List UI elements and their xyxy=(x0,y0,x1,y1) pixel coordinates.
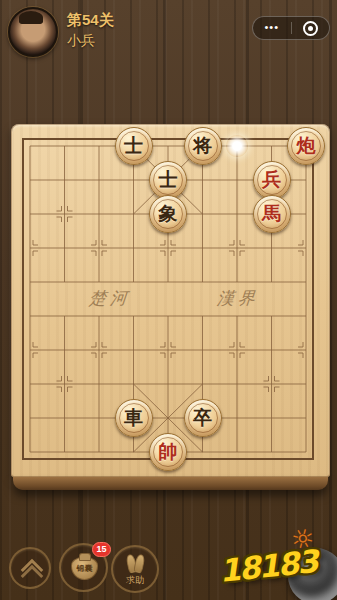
board-edge xyxy=(13,477,328,490)
hint-bag-button[interactable]: 锦囊 15 xyxy=(59,543,108,592)
piece-label: 士 xyxy=(116,128,152,164)
circle-dot-icon xyxy=(303,21,318,36)
piece-red-炮[interactable]: 炮 xyxy=(287,127,325,165)
piece-label: 炮 xyxy=(288,128,324,164)
player-avatar[interactable] xyxy=(8,7,58,57)
piece-label: 士 xyxy=(150,162,186,198)
piece-label: 帥 xyxy=(150,434,186,470)
level-subtitle: 小兵 xyxy=(67,32,95,50)
bag-count-badge: 15 xyxy=(92,542,111,557)
pieces-layer: 士将炮士兵象馬車卒帥 xyxy=(13,129,324,469)
piece-black-将[interactable]: 将 xyxy=(184,127,222,165)
piece-red-兵[interactable]: 兵 xyxy=(253,161,291,199)
capsule-home-button[interactable] xyxy=(292,17,330,39)
piece-label: 将 xyxy=(185,128,221,164)
piece-label: 兵 xyxy=(254,162,290,198)
piece-label: 卒 xyxy=(185,400,221,436)
piece-label: 車 xyxy=(116,400,152,436)
game-screen: 第54关 小兵 ••• 楚河 漢界 士将炮士兵象馬車卒帥 锦囊 15 求助 ☼ … xyxy=(0,0,337,600)
piece-black-車[interactable]: 車 xyxy=(115,399,153,437)
level-label: 第54关 xyxy=(67,11,114,30)
wechat-capsule: ••• xyxy=(252,16,330,40)
piece-red-帥[interactable]: 帥 xyxy=(149,433,187,471)
piece-black-士[interactable]: 士 xyxy=(149,161,187,199)
expand-menu-button[interactable] xyxy=(9,547,51,589)
piece-black-士[interactable]: 士 xyxy=(115,127,153,165)
piece-black-象[interactable]: 象 xyxy=(149,195,187,233)
piece-red-馬[interactable]: 馬 xyxy=(253,195,291,233)
help-label: 求助 xyxy=(113,574,157,587)
piece-black-卒[interactable]: 卒 xyxy=(184,399,222,437)
more-dots-icon: ••• xyxy=(264,16,279,41)
piece-label: 象 xyxy=(150,196,186,232)
money-bag-icon: 锦囊 xyxy=(71,557,98,580)
piece-label: 馬 xyxy=(254,196,290,232)
watermark-18183: ☼ 18183 xyxy=(215,518,337,600)
move-hint-dot[interactable] xyxy=(226,135,248,157)
capsule-more-button[interactable]: ••• xyxy=(253,17,291,39)
ask-help-button[interactable]: 求助 xyxy=(111,545,159,593)
bag-label: 锦囊 xyxy=(72,558,97,579)
